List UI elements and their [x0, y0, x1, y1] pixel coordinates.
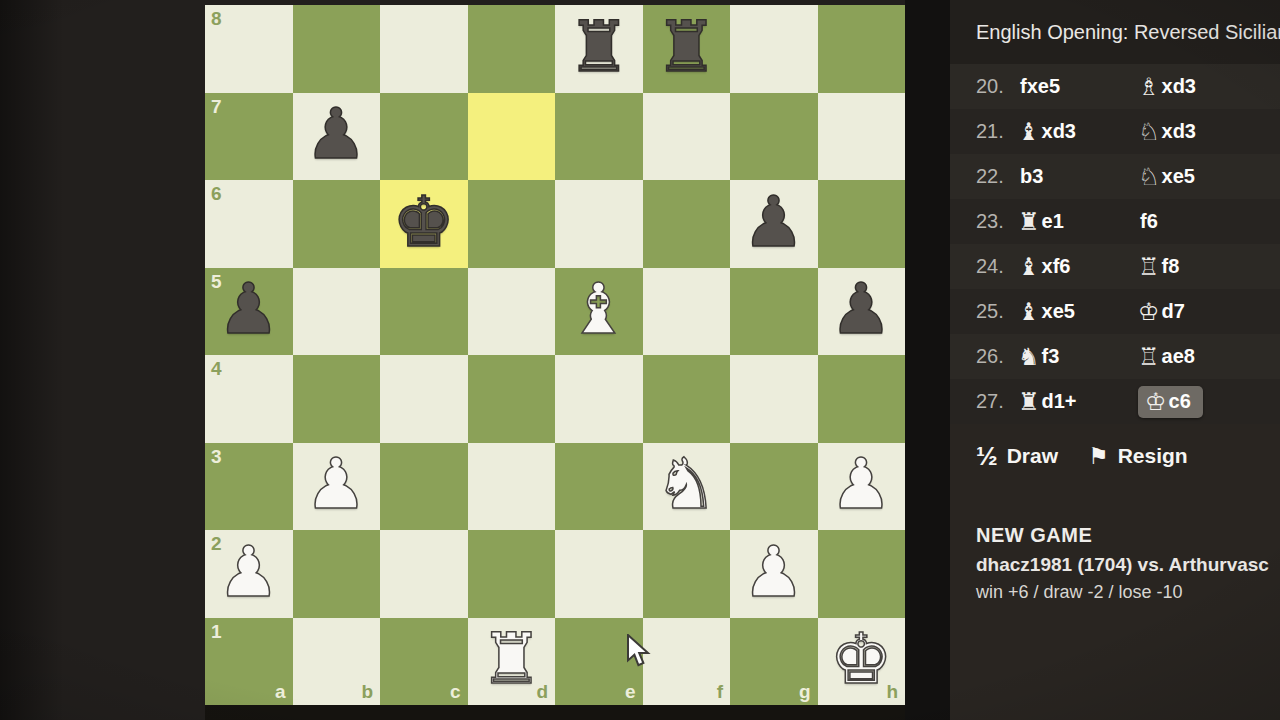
black-pawn-b7[interactable]: ♟	[305, 99, 368, 169]
square-h3[interactable]: ♟	[818, 443, 906, 531]
square-c2[interactable]	[380, 530, 468, 618]
knight-figurine-icon: ♘	[1138, 120, 1160, 144]
square-f2[interactable]	[643, 530, 731, 618]
black-rook-e8[interactable]: ♜	[567, 12, 630, 82]
move-san: c6	[1169, 390, 1191, 413]
white-move[interactable]: ♝xf6	[1018, 255, 1138, 279]
black-move-selected[interactable]: ♔c6	[1138, 386, 1280, 418]
square-h7[interactable]	[818, 93, 906, 181]
rank-label-8: 8	[211, 8, 222, 30]
bishop-figurine-icon: ♝	[1018, 255, 1040, 279]
square-a8[interactable]: 8	[205, 5, 293, 93]
square-e7[interactable]	[555, 93, 643, 181]
white-pawn-h3[interactable]: ♟	[830, 449, 893, 519]
white-bishop-e5[interactable]: ♝	[567, 274, 630, 344]
file-label-e: e	[625, 681, 636, 703]
move-number: 27.	[950, 390, 1018, 413]
move-san: f8	[1162, 255, 1180, 278]
square-b8[interactable]	[293, 5, 381, 93]
bishop-figurine-icon: ♝	[1018, 120, 1040, 144]
move-san: f3	[1042, 345, 1060, 368]
square-e5[interactable]: ♝	[555, 268, 643, 356]
square-a7[interactable]: 7	[205, 93, 293, 181]
square-d4[interactable]	[468, 355, 556, 443]
move-san: xd3	[1042, 120, 1076, 143]
move-san: ae8	[1162, 345, 1195, 368]
square-f3[interactable]: ♞	[643, 443, 731, 531]
white-move[interactable]: fxe5	[1018, 75, 1138, 98]
action-bar: ½ Draw ⚑ Resign	[950, 424, 1280, 488]
black-move[interactable]: ♘xe5	[1138, 165, 1280, 189]
square-c7[interactable]	[380, 93, 468, 181]
square-h2[interactable]	[818, 530, 906, 618]
square-d7[interactable]	[468, 93, 556, 181]
move-row-20: 20. fxe5 ♗xd3	[950, 64, 1280, 109]
move-row-21: 21. ♝xd3 ♘xd3	[950, 109, 1280, 154]
square-b3[interactable]: ♟	[293, 443, 381, 531]
file-label-b: b	[361, 681, 373, 703]
white-pawn-a2[interactable]: ♟	[217, 537, 280, 607]
square-h1[interactable]: h♚	[818, 618, 906, 706]
resign-label: Resign	[1118, 444, 1188, 468]
square-g7[interactable]	[730, 93, 818, 181]
square-b7[interactable]: ♟	[293, 93, 381, 181]
square-a6[interactable]: 6	[205, 180, 293, 268]
move-number: 24.	[950, 255, 1018, 278]
white-pawn-g2[interactable]: ♟	[742, 537, 805, 607]
knight-figurine-icon: ♞	[1018, 345, 1040, 369]
white-move[interactable]: b3	[1018, 165, 1138, 188]
square-f6[interactable]	[643, 180, 731, 268]
king-figurine-icon: ♔	[1145, 390, 1167, 414]
screen-bezel	[205, 705, 905, 720]
bishop-figurine-icon: ♗	[1138, 75, 1160, 99]
square-h5[interactable]: ♟	[818, 268, 906, 356]
square-a5[interactable]: 5♟	[205, 268, 293, 356]
file-label-g: g	[799, 681, 811, 703]
move-san: xe5	[1042, 300, 1075, 323]
square-a1[interactable]: 1a	[205, 618, 293, 706]
black-move[interactable]: ♗xd3	[1138, 75, 1280, 99]
white-move[interactable]: ♜d1+	[1018, 390, 1138, 414]
move-san: xd3	[1162, 120, 1196, 143]
square-c5[interactable]	[380, 268, 468, 356]
square-e4[interactable]	[555, 355, 643, 443]
white-move[interactable]: ♝xd3	[1018, 120, 1138, 144]
square-b6[interactable]	[293, 180, 381, 268]
square-d8[interactable]	[468, 5, 556, 93]
move-row-24: 24. ♝xf6 ♖f8	[950, 244, 1280, 289]
square-a3[interactable]: 3	[205, 443, 293, 531]
square-d1[interactable]: d♜	[468, 618, 556, 706]
rating-points: win +6 / draw -2 / lose -10	[976, 582, 1280, 603]
move-number: 21.	[950, 120, 1018, 143]
square-f4[interactable]	[643, 355, 731, 443]
square-e6[interactable]	[555, 180, 643, 268]
file-label-c: c	[450, 681, 461, 703]
rank-label-1: 1	[211, 621, 222, 643]
board-panel-gap	[905, 0, 950, 720]
move-number: 20.	[950, 75, 1018, 98]
square-b1[interactable]: b	[293, 618, 381, 706]
current-move-highlight: ♔c6	[1138, 386, 1203, 418]
rank-label-7: 7	[211, 96, 222, 118]
move-san: d7	[1162, 300, 1185, 323]
move-row-25: 25. ♝xe5 ♔d7	[950, 289, 1280, 334]
square-h4[interactable]	[818, 355, 906, 443]
king-figurine-icon: ♔	[1138, 300, 1160, 324]
half-point-icon: ½	[976, 443, 998, 469]
square-e8[interactable]: ♜	[555, 5, 643, 93]
square-d3[interactable]	[468, 443, 556, 531]
move-number: 22.	[950, 165, 1018, 188]
square-g1[interactable]: g	[730, 618, 818, 706]
move-row-27: 27. ♜d1+ ♔c6	[950, 379, 1280, 424]
black-king-c6[interactable]: ♚	[392, 187, 455, 257]
opening-name: English Opening: Reversed Sicilian V	[950, 0, 1280, 64]
square-b2[interactable]	[293, 530, 381, 618]
mouse-cursor-icon	[626, 634, 652, 672]
square-a4[interactable]: 4	[205, 355, 293, 443]
black-pawn-g6[interactable]: ♟	[742, 187, 805, 257]
black-pawn-a5[interactable]: ♟	[217, 274, 280, 344]
move-san: xe5	[1162, 165, 1195, 188]
flag-icon: ⚑	[1088, 445, 1109, 468]
square-g2[interactable]: ♟	[730, 530, 818, 618]
move-row-23: 23. ♜e1 f6	[950, 199, 1280, 244]
square-f1[interactable]: f	[643, 618, 731, 706]
draw-label: Draw	[1007, 444, 1058, 468]
square-g6[interactable]: ♟	[730, 180, 818, 268]
move-row-22: 22. b3 ♘xe5	[950, 154, 1280, 199]
game-panel: English Opening: Reversed Sicilian V 20.…	[950, 0, 1280, 720]
white-knight-f3[interactable]: ♞	[655, 449, 718, 519]
file-label-f: f	[717, 681, 723, 703]
move-san: fxe5	[1020, 75, 1060, 98]
move-row-26: 26. ♞f3 ♖ae8	[950, 334, 1280, 379]
black-move[interactable]: ♖ae8	[1138, 345, 1280, 369]
square-f7[interactable]	[643, 93, 731, 181]
black-move[interactable]: ♖f8	[1138, 255, 1280, 279]
white-move[interactable]: ♝xe5	[1018, 300, 1138, 324]
rank-label-4: 4	[211, 358, 222, 380]
move-san: f6	[1140, 210, 1158, 233]
move-san: xf6	[1042, 255, 1071, 278]
square-h6[interactable]	[818, 180, 906, 268]
knight-figurine-icon: ♘	[1138, 165, 1160, 189]
square-f8[interactable]: ♜	[643, 5, 731, 93]
move-number: 26.	[950, 345, 1018, 368]
square-c4[interactable]	[380, 355, 468, 443]
square-g5[interactable]	[730, 268, 818, 356]
new-game-players: dhacz1981 (1704) vs. Arthurvasc	[976, 554, 1280, 576]
resign-button[interactable]: ⚑ Resign	[1088, 444, 1188, 468]
new-game-heading: NEW GAME	[976, 524, 1280, 547]
square-e2[interactable]	[555, 530, 643, 618]
square-d6[interactable]	[468, 180, 556, 268]
square-c6[interactable]: ♚	[380, 180, 468, 268]
square-g4[interactable]	[730, 355, 818, 443]
move-san: b3	[1020, 165, 1043, 188]
black-move[interactable]: ♘xd3	[1138, 120, 1280, 144]
rank-label-6: 6	[211, 183, 222, 205]
square-g3[interactable]	[730, 443, 818, 531]
move-number: 23.	[950, 210, 1018, 233]
chess-board[interactable]: 8♜♜7♟6♚♟5♟♝♟43♟♞♟2♟♟1abcd♜efgh♚	[205, 5, 905, 705]
move-san: xd3	[1162, 75, 1196, 98]
white-move[interactable]: ♜e1	[1018, 210, 1138, 234]
move-san: d1+	[1042, 390, 1077, 413]
rook-figurine-icon: ♜	[1018, 390, 1040, 414]
bishop-figurine-icon: ♝	[1018, 300, 1040, 324]
draw-button[interactable]: ½ Draw	[976, 443, 1058, 469]
square-c1[interactable]: c	[380, 618, 468, 706]
square-a2[interactable]: 2♟	[205, 530, 293, 618]
file-label-a: a	[275, 681, 286, 703]
white-move[interactable]: ♞f3	[1018, 345, 1138, 369]
move-san: e1	[1042, 210, 1064, 233]
square-e3[interactable]	[555, 443, 643, 531]
white-king-h1[interactable]: ♚	[830, 624, 893, 694]
black-rook-f8[interactable]: ♜	[655, 12, 718, 82]
black-pawn-h5[interactable]: ♟	[830, 274, 893, 344]
white-pawn-b3[interactable]: ♟	[305, 449, 368, 519]
square-g8[interactable]	[730, 5, 818, 93]
square-b4[interactable]	[293, 355, 381, 443]
square-h8[interactable]	[818, 5, 906, 93]
square-b5[interactable]	[293, 268, 381, 356]
black-move[interactable]: ♔d7	[1138, 300, 1280, 324]
square-c8[interactable]	[380, 5, 468, 93]
rook-figurine-icon: ♜	[1018, 210, 1040, 234]
rook-figurine-icon: ♖	[1138, 255, 1160, 279]
move-number: 25.	[950, 300, 1018, 323]
square-f5[interactable]	[643, 268, 731, 356]
square-d2[interactable]	[468, 530, 556, 618]
black-move[interactable]: f6	[1138, 210, 1280, 233]
rank-label-3: 3	[211, 446, 222, 468]
white-rook-d1[interactable]: ♜	[480, 624, 543, 694]
rook-figurine-icon: ♖	[1138, 345, 1160, 369]
new-game-section: NEW GAME dhacz1981 (1704) vs. Arthurvasc…	[950, 488, 1280, 603]
square-c3[interactable]	[380, 443, 468, 531]
square-d5[interactable]	[468, 268, 556, 356]
